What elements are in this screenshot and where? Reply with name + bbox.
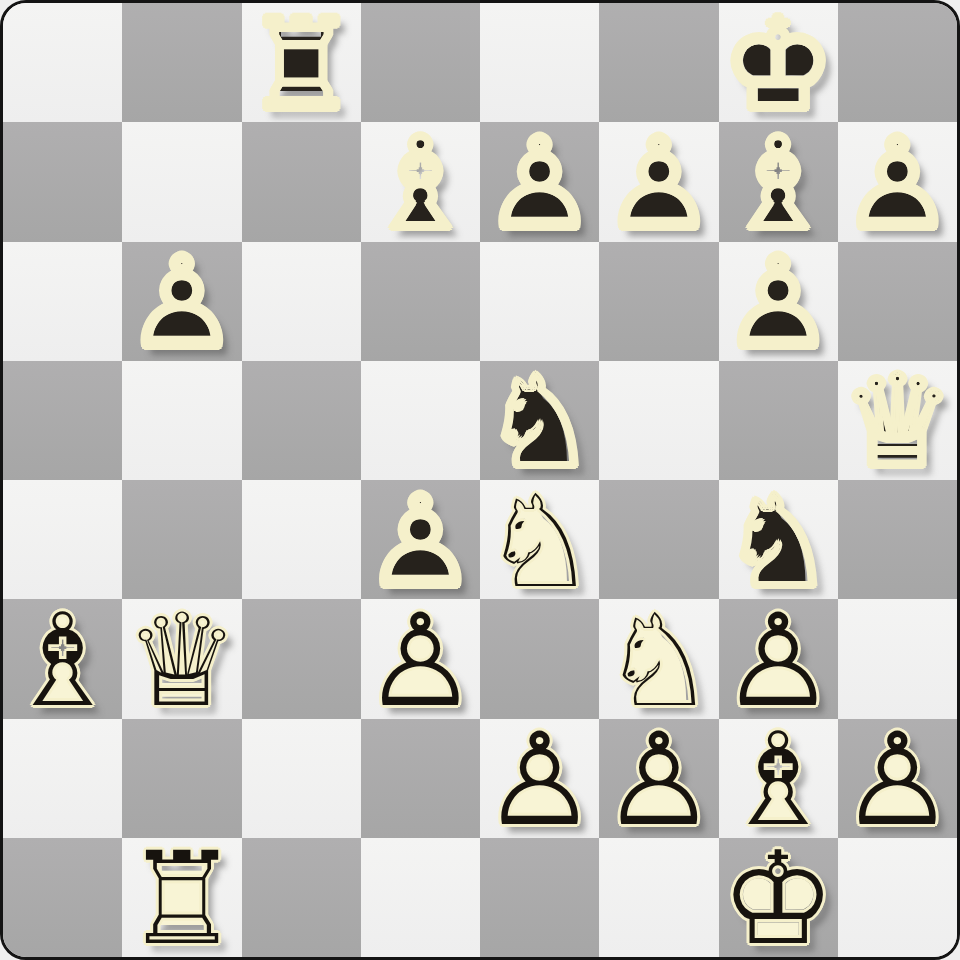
piece-black-knight[interactable]: ♞♘	[719, 480, 838, 599]
square-h6[interactable]	[838, 242, 957, 361]
knight-glyph-outline: ♘	[480, 361, 599, 480]
rook-glyph-fill: ♜	[242, 3, 361, 122]
pawn-glyph-fill: ♟	[599, 122, 718, 241]
square-a3[interactable]: ♝♗	[3, 599, 122, 718]
square-e6[interactable]	[480, 242, 599, 361]
square-a8[interactable]	[3, 3, 122, 122]
piece-white-rook[interactable]: ♜♖	[122, 838, 241, 957]
king-glyph-outline: ♔	[719, 3, 838, 122]
pawn-glyph-fill: ♟	[361, 599, 480, 718]
rook-glyph-outline: ♖	[242, 3, 361, 122]
king-glyph-fill: ♚	[719, 838, 838, 957]
king-glyph-fill: ♚	[719, 3, 838, 122]
square-c4[interactable]	[242, 480, 361, 599]
square-e3[interactable]	[480, 599, 599, 718]
pawn-glyph-outline: ♙	[838, 719, 957, 838]
square-a7[interactable]	[3, 122, 122, 241]
piece-white-pawn[interactable]: ♟♙	[719, 599, 838, 718]
square-c7[interactable]	[242, 122, 361, 241]
queen-glyph-fill: ♛	[122, 599, 241, 718]
square-d1[interactable]	[361, 838, 480, 957]
pawn-glyph-outline: ♙	[599, 719, 718, 838]
piece-white-pawn[interactable]: ♟♙	[361, 599, 480, 718]
piece-black-king[interactable]: ♚♔	[719, 3, 838, 122]
square-e7[interactable]: ♟♙	[480, 122, 599, 241]
bishop-glyph-fill: ♝	[719, 122, 838, 241]
square-h7[interactable]: ♟♙	[838, 122, 957, 241]
square-f1[interactable]	[599, 838, 718, 957]
queen-glyph-outline: ♕	[838, 361, 957, 480]
pawn-glyph-fill: ♟	[480, 719, 599, 838]
square-d5[interactable]	[361, 361, 480, 480]
square-c5[interactable]	[242, 361, 361, 480]
square-h2[interactable]: ♟♙	[838, 719, 957, 838]
square-b5[interactable]	[122, 361, 241, 480]
piece-white-bishop[interactable]: ♝♗	[3, 599, 122, 718]
square-c1[interactable]	[242, 838, 361, 957]
square-f7[interactable]: ♟♙	[599, 122, 718, 241]
square-f3[interactable]: ♞♘	[599, 599, 718, 718]
square-h1[interactable]	[838, 838, 957, 957]
square-b2[interactable]	[122, 719, 241, 838]
pawn-glyph-outline: ♙	[361, 480, 480, 599]
square-b7[interactable]	[122, 122, 241, 241]
square-h4[interactable]	[838, 480, 957, 599]
square-c8[interactable]: ♜♖	[242, 3, 361, 122]
square-f4[interactable]	[599, 480, 718, 599]
pawn-glyph-fill: ♟	[361, 480, 480, 599]
square-e5[interactable]: ♞♘	[480, 361, 599, 480]
knight-glyph-outline: ♘	[719, 480, 838, 599]
knight-glyph-outline: ♘	[480, 480, 599, 599]
bishop-glyph-outline: ♗	[361, 122, 480, 241]
bishop-glyph-fill: ♝	[361, 122, 480, 241]
piece-black-knight[interactable]: ♞♘	[480, 361, 599, 480]
piece-black-pawn[interactable]: ♟♙	[122, 242, 241, 361]
square-g5[interactable]	[719, 361, 838, 480]
piece-black-rook[interactable]: ♜♖	[242, 3, 361, 122]
pawn-glyph-fill: ♟	[838, 122, 957, 241]
bishop-glyph-fill: ♝	[719, 719, 838, 838]
square-b8[interactable]	[122, 3, 241, 122]
square-g2[interactable]: ♝♗	[719, 719, 838, 838]
square-d7[interactable]: ♝♗	[361, 122, 480, 241]
pawn-glyph-outline: ♙	[480, 719, 599, 838]
piece-white-knight[interactable]: ♞♘	[480, 480, 599, 599]
square-d2[interactable]	[361, 719, 480, 838]
piece-black-pawn[interactable]: ♟♙	[480, 122, 599, 241]
pawn-glyph-fill: ♟	[599, 719, 718, 838]
square-g3[interactable]: ♟♙	[719, 599, 838, 718]
rook-glyph-outline: ♖	[122, 838, 241, 957]
piece-white-pawn[interactable]: ♟♙	[838, 719, 957, 838]
square-c3[interactable]	[242, 599, 361, 718]
bishop-glyph-outline: ♗	[3, 599, 122, 718]
pawn-glyph-outline: ♙	[480, 122, 599, 241]
pawn-glyph-fill: ♟	[719, 242, 838, 361]
square-c2[interactable]	[242, 719, 361, 838]
square-e2[interactable]: ♟♙	[480, 719, 599, 838]
square-d4[interactable]: ♟♙	[361, 480, 480, 599]
piece-black-pawn[interactable]: ♟♙	[361, 480, 480, 599]
square-b3[interactable]: ♛♕	[122, 599, 241, 718]
piece-white-pawn[interactable]: ♟♙	[599, 719, 718, 838]
pawn-glyph-fill: ♟	[480, 122, 599, 241]
knight-glyph-fill: ♞	[719, 480, 838, 599]
knight-glyph-fill: ♞	[480, 361, 599, 480]
knight-glyph-outline: ♘	[599, 599, 718, 718]
piece-white-queen[interactable]: ♛♕	[122, 599, 241, 718]
square-h5[interactable]: ♛♕	[838, 361, 957, 480]
pawn-glyph-fill: ♟	[838, 719, 957, 838]
piece-black-pawn[interactable]: ♟♙	[719, 242, 838, 361]
square-a6[interactable]	[3, 242, 122, 361]
chess-board: ♜♖♚♔♝♗♟♙♟♙♝♗♟♙♟♙♟♙♞♘♛♕♟♙♞♘♞♘♝♗♛♕♟♙♞♘♟♙♟♙…	[3, 3, 957, 957]
piece-black-pawn[interactable]: ♟♙	[599, 122, 718, 241]
square-g7[interactable]: ♝♗	[719, 122, 838, 241]
piece-black-bishop[interactable]: ♝♗	[719, 122, 838, 241]
square-f5[interactable]	[599, 361, 718, 480]
square-a5[interactable]	[3, 361, 122, 480]
pawn-glyph-outline: ♙	[719, 242, 838, 361]
square-f2[interactable]: ♟♙	[599, 719, 718, 838]
pawn-glyph-outline: ♙	[122, 242, 241, 361]
piece-white-king[interactable]: ♚♔	[719, 838, 838, 957]
square-e4[interactable]: ♞♘	[480, 480, 599, 599]
piece-black-bishop[interactable]: ♝♗	[361, 122, 480, 241]
knight-glyph-fill: ♞	[480, 480, 599, 599]
piece-black-pawn[interactable]: ♟♙	[838, 122, 957, 241]
square-g4[interactable]: ♞♘	[719, 480, 838, 599]
bishop-glyph-outline: ♗	[719, 122, 838, 241]
square-b6[interactable]: ♟♙	[122, 242, 241, 361]
square-a4[interactable]	[3, 480, 122, 599]
bishop-glyph-fill: ♝	[3, 599, 122, 718]
square-d8[interactable]	[361, 3, 480, 122]
queen-glyph-outline: ♕	[122, 599, 241, 718]
square-g1[interactable]: ♚♔	[719, 838, 838, 957]
pawn-glyph-outline: ♙	[838, 122, 957, 241]
square-e1[interactable]	[480, 838, 599, 957]
square-a2[interactable]	[3, 719, 122, 838]
square-d6[interactable]	[361, 242, 480, 361]
square-b4[interactable]	[122, 480, 241, 599]
piece-white-bishop[interactable]: ♝♗	[719, 719, 838, 838]
pawn-glyph-fill: ♟	[122, 242, 241, 361]
square-f8[interactable]	[599, 3, 718, 122]
square-h3[interactable]	[838, 599, 957, 718]
pawn-glyph-fill: ♟	[719, 599, 838, 718]
piece-white-pawn[interactable]: ♟♙	[480, 719, 599, 838]
rook-glyph-fill: ♜	[122, 838, 241, 957]
piece-white-knight[interactable]: ♞♘	[599, 599, 718, 718]
pawn-glyph-outline: ♙	[719, 599, 838, 718]
square-c6[interactable]	[242, 242, 361, 361]
knight-glyph-fill: ♞	[599, 599, 718, 718]
pawn-glyph-outline: ♙	[599, 122, 718, 241]
square-e8[interactable]	[480, 3, 599, 122]
pawn-glyph-outline: ♙	[361, 599, 480, 718]
square-b1[interactable]: ♜♖	[122, 838, 241, 957]
square-a1[interactable]	[3, 838, 122, 957]
piece-black-queen[interactable]: ♛♕	[838, 361, 957, 480]
king-glyph-outline: ♔	[719, 838, 838, 957]
square-g6[interactable]: ♟♙	[719, 242, 838, 361]
bishop-glyph-outline: ♗	[719, 719, 838, 838]
square-d3[interactable]: ♟♙	[361, 599, 480, 718]
square-f6[interactable]	[599, 242, 718, 361]
queen-glyph-fill: ♛	[838, 361, 957, 480]
square-g8[interactable]: ♚♔	[719, 3, 838, 122]
square-h8[interactable]	[838, 3, 957, 122]
board-frame: ♜♖♚♔♝♗♟♙♟♙♝♗♟♙♟♙♟♙♞♘♛♕♟♙♞♘♞♘♝♗♛♕♟♙♞♘♟♙♟♙…	[0, 0, 960, 960]
